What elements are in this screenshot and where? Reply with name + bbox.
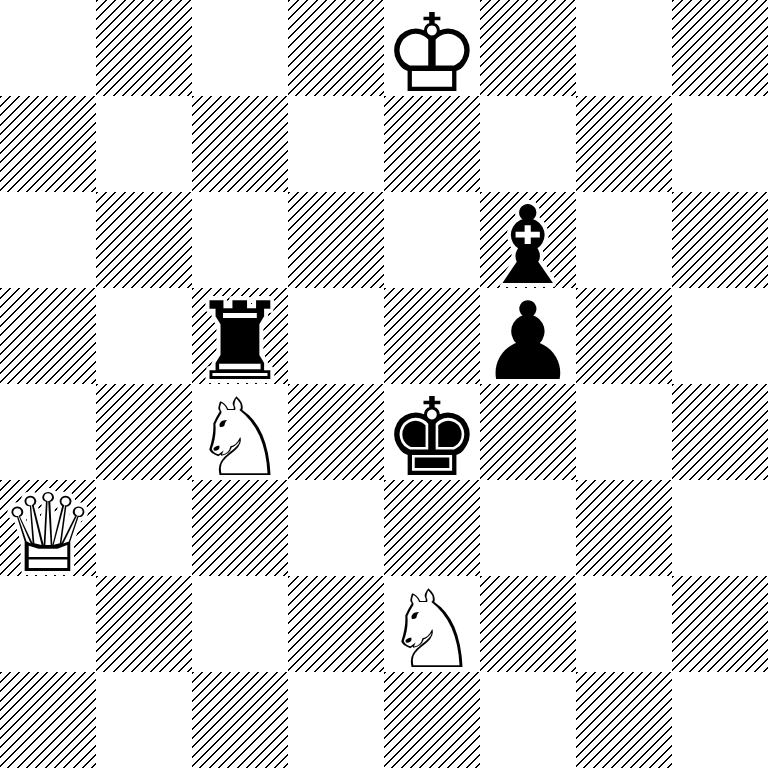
- square-b3[interactable]: [96, 480, 192, 576]
- piece-white-knight[interactable]: ♘: [192, 384, 288, 480]
- square-a6[interactable]: [0, 192, 96, 288]
- square-e8[interactable]: ♚♔: [384, 0, 480, 96]
- square-h1[interactable]: [672, 672, 768, 768]
- square-a8[interactable]: [0, 0, 96, 96]
- square-a5[interactable]: [0, 288, 96, 384]
- black-bishop-icon: ♝: [480, 198, 577, 294]
- square-h3[interactable]: [672, 480, 768, 576]
- square-f4[interactable]: [480, 384, 576, 480]
- square-b2[interactable]: [96, 576, 192, 672]
- piece-black-bishop[interactable]: ♝: [480, 192, 576, 288]
- square-e1[interactable]: [384, 672, 480, 768]
- square-c4[interactable]: ♞♘: [192, 384, 288, 480]
- square-h2[interactable]: [672, 576, 768, 672]
- square-c6[interactable]: [192, 192, 288, 288]
- black-king-icon: ♚: [384, 390, 481, 486]
- white-queen-icon: ♛: [0, 486, 96, 582]
- square-e5[interactable]: [384, 288, 480, 384]
- square-h4[interactable]: [672, 384, 768, 480]
- square-f7[interactable]: [480, 96, 576, 192]
- square-c7[interactable]: [192, 96, 288, 192]
- square-d7[interactable]: [288, 96, 384, 192]
- square-g2[interactable]: [576, 576, 672, 672]
- piece-black-rook[interactable]: ♜: [192, 288, 288, 384]
- white-knight-icon: ♘: [384, 582, 481, 678]
- piece-white-king[interactable]: ♚: [384, 0, 480, 96]
- square-b5[interactable]: [96, 288, 192, 384]
- square-g1[interactable]: [576, 672, 672, 768]
- square-e4[interactable]: ♚: [384, 384, 480, 480]
- square-h7[interactable]: [672, 96, 768, 192]
- piece-black-pawn[interactable]: ♟: [480, 288, 576, 384]
- square-f5[interactable]: ♟: [480, 288, 576, 384]
- square-a3[interactable]: ♛♕: [0, 480, 96, 576]
- square-c8[interactable]: [192, 0, 288, 96]
- piece-black-king[interactable]: ♚: [384, 384, 480, 480]
- square-g4[interactable]: [576, 384, 672, 480]
- square-d4[interactable]: [288, 384, 384, 480]
- square-g6[interactable]: [576, 192, 672, 288]
- square-h5[interactable]: [672, 288, 768, 384]
- piece-white-king[interactable]: ♔: [384, 0, 480, 96]
- square-a7[interactable]: [0, 96, 96, 192]
- piece-white-knight[interactable]: ♞: [384, 576, 480, 672]
- white-knight-icon: ♞: [384, 582, 481, 678]
- square-e7[interactable]: [384, 96, 480, 192]
- square-a4[interactable]: [0, 384, 96, 480]
- black-rook-icon: ♜: [192, 294, 289, 390]
- piece-white-queen[interactable]: ♕: [0, 480, 96, 576]
- white-king-icon: ♔: [384, 6, 481, 102]
- square-a2[interactable]: [0, 576, 96, 672]
- square-f3[interactable]: [480, 480, 576, 576]
- square-c2[interactable]: [192, 576, 288, 672]
- square-g3[interactable]: [576, 480, 672, 576]
- square-e3[interactable]: [384, 480, 480, 576]
- square-f2[interactable]: [480, 576, 576, 672]
- black-pawn-icon: ♟: [480, 294, 577, 390]
- piece-white-knight[interactable]: ♘: [384, 576, 480, 672]
- square-h6[interactable]: [672, 192, 768, 288]
- square-d3[interactable]: [288, 480, 384, 576]
- square-e6[interactable]: [384, 192, 480, 288]
- piece-white-knight[interactable]: ♞: [192, 384, 288, 480]
- square-b1[interactable]: [96, 672, 192, 768]
- square-g8[interactable]: [576, 0, 672, 96]
- square-h8[interactable]: [672, 0, 768, 96]
- square-c1[interactable]: [192, 672, 288, 768]
- square-c5[interactable]: ♜: [192, 288, 288, 384]
- square-g7[interactable]: [576, 96, 672, 192]
- square-b7[interactable]: [96, 96, 192, 192]
- white-queen-icon: ♕: [0, 486, 96, 582]
- white-king-icon: ♚: [384, 6, 481, 102]
- square-f1[interactable]: [480, 672, 576, 768]
- square-b4[interactable]: [96, 384, 192, 480]
- square-d8[interactable]: [288, 0, 384, 96]
- white-knight-icon: ♞: [192, 390, 289, 486]
- square-d2[interactable]: [288, 576, 384, 672]
- square-f8[interactable]: [480, 0, 576, 96]
- square-d6[interactable]: [288, 192, 384, 288]
- square-d1[interactable]: [288, 672, 384, 768]
- square-c3[interactable]: [192, 480, 288, 576]
- square-b6[interactable]: [96, 192, 192, 288]
- square-a1[interactable]: [0, 672, 96, 768]
- white-knight-icon: ♘: [192, 390, 289, 486]
- square-e2[interactable]: ♞♘: [384, 576, 480, 672]
- chess-board: ♚♔♝♜♟♞♘♚♛♕♞♘: [0, 0, 768, 768]
- square-d5[interactable]: [288, 288, 384, 384]
- square-g5[interactable]: [576, 288, 672, 384]
- square-b8[interactable]: [96, 0, 192, 96]
- piece-white-queen[interactable]: ♛: [0, 480, 96, 576]
- square-f6[interactable]: ♝: [480, 192, 576, 288]
